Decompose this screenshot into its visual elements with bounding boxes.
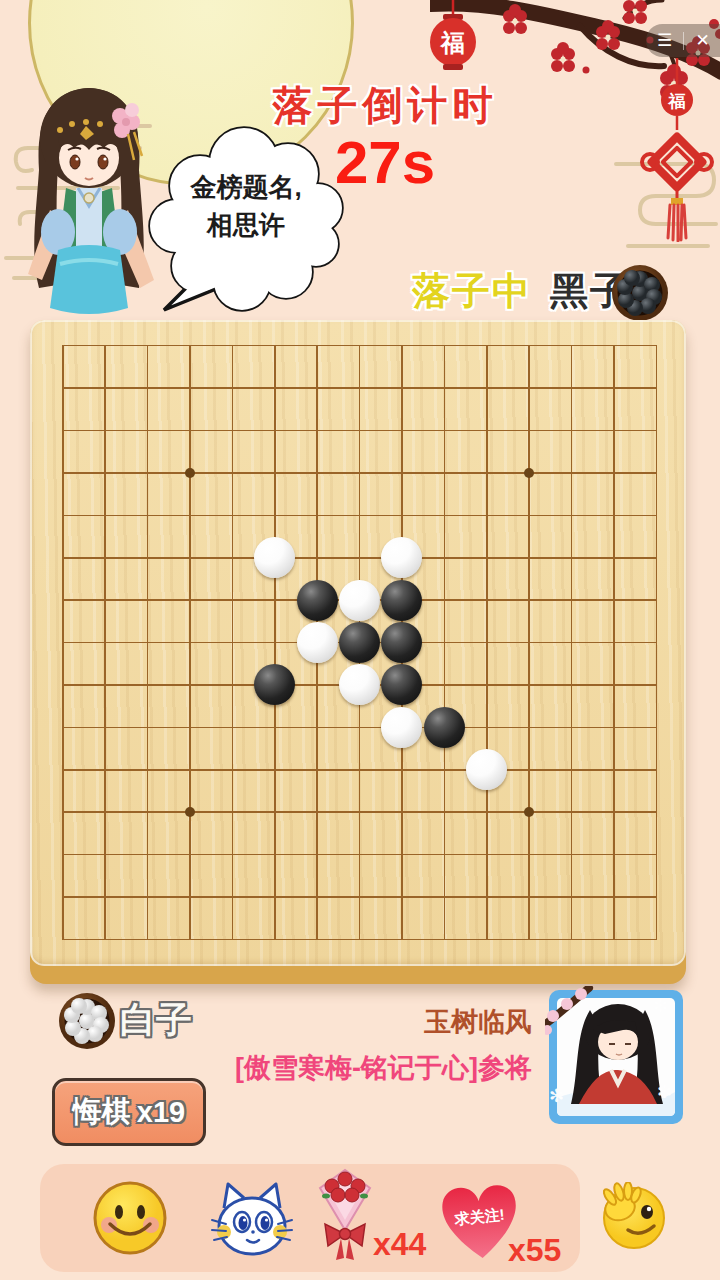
black-stones-bowl-icon (611, 264, 669, 322)
stone-black (424, 707, 465, 748)
beckon-emote-button[interactable] (600, 1182, 668, 1250)
undo-button-label: 悔棋 (73, 1092, 131, 1132)
cat-emote-button[interactable] (210, 1178, 294, 1260)
stone-white (254, 537, 295, 578)
board-grid[interactable] (62, 345, 657, 940)
svg-text:福: 福 (668, 92, 686, 111)
svg-text:✻: ✻ (657, 1082, 672, 1102)
player-name: 玉树临风 (424, 1004, 532, 1040)
star-point (524, 807, 534, 817)
stone-black (254, 664, 295, 705)
stone-white (297, 622, 338, 663)
heart-count: x55 (508, 1232, 561, 1269)
speech-bubble: 金榜题名, 相思许 (148, 124, 346, 312)
close-icon[interactable]: ✕ (684, 24, 720, 57)
girl-character (8, 82, 170, 318)
speech-bubble-text: 金榜题名, 相思许 (166, 168, 326, 244)
svg-text:福: 福 (439, 29, 465, 56)
menu-icon[interactable]: ☰ (646, 24, 683, 57)
stone-black (381, 622, 422, 663)
emote-panel: x44 求关注! x55 (40, 1164, 580, 1272)
gomoku-board (30, 320, 686, 984)
svg-text:✻: ✻ (653, 996, 668, 1016)
stone-black (339, 622, 380, 663)
white-side-label: 白子 (120, 996, 192, 1045)
svg-text:✻: ✻ (549, 1086, 564, 1106)
stone-white (381, 537, 422, 578)
system-menu-pill[interactable]: ☰ ✕ (646, 24, 720, 57)
star-point (185, 468, 195, 478)
star-point (524, 468, 534, 478)
undo-button-count: x19 (137, 1096, 185, 1129)
star-point (185, 807, 195, 817)
undo-move-button[interactable]: 悔棋 x19 (52, 1078, 206, 1146)
stone-black (381, 664, 422, 705)
board-surface (30, 320, 686, 966)
stone-white (466, 749, 507, 790)
stone-white (381, 707, 422, 748)
stone-black (297, 580, 338, 621)
game-screen: 福 福 ☰ ✕ 落子倒计时 27s (0, 0, 720, 1280)
stone-white (339, 580, 380, 621)
player-avatar[interactable]: ✻✻✻ (545, 986, 687, 1128)
white-stones-bowl-icon (58, 992, 116, 1050)
stone-white (339, 664, 380, 705)
chinese-knot-icon: 福 (640, 58, 716, 242)
stone-black (381, 580, 422, 621)
player-title-badge: [傲雪寒梅-铭记于心]参将 (235, 1050, 532, 1086)
bouquet-emote-button[interactable] (312, 1168, 378, 1264)
bouquet-count: x44 (373, 1226, 426, 1263)
lantern-icon: 福 (426, 0, 486, 88)
smiley-emote-button[interactable] (92, 1180, 168, 1256)
placing-status-label: 落子中 (412, 266, 532, 317)
